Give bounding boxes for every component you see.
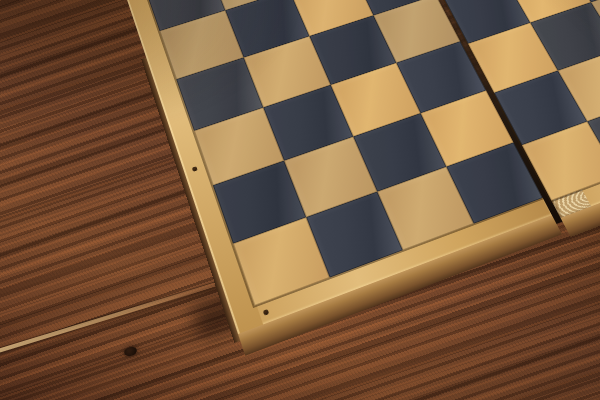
photo-scene [0,0,600,400]
board-perspective-wrap [0,0,600,400]
folding-checkerboard [96,0,600,334]
